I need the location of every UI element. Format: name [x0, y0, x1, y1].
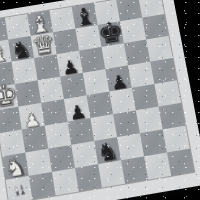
square-a1[interactable]: ♘♝ ♜♟ — [6, 176, 33, 200]
board-corner-emblem: ♘♝ ♜♟ — [10, 182, 28, 196]
photo-background: CHESS ♝♝♝♞♛♚♟♚♟♟♟♞♞♘♝ ♜♟ — [0, 0, 200, 200]
square-h1[interactable] — [167, 149, 194, 176]
board-grid: ♝♝♝♞♛♚♟♚♟♟♟♞♞♘♝ ♜♟ — [0, 0, 194, 200]
chess-board: CHESS ♝♝♝♞♛♚♟♚♟♟♟♞♞♘♝ ♜♟ — [0, 0, 200, 200]
